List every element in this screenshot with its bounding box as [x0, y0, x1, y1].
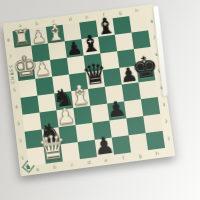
white-queen[interactable]: ♛: [36, 130, 69, 166]
square-b5[interactable]: ♝: [81, 37, 100, 56]
square-f6[interactable]: ♟: [107, 101, 126, 120]
white-bishop[interactable]: ♝: [44, 20, 67, 44]
coordinate-label: 3: [15, 115, 23, 133]
coordinate-label: 4: [13, 98, 21, 116]
coordinate-label: 1: [19, 149, 27, 167]
black-bishop[interactable]: ♝: [79, 31, 103, 57]
square-d8[interactable]: ♚: [136, 63, 155, 82]
white-pawn[interactable]: ♟: [33, 59, 52, 80]
coordinate-label: 2: [162, 113, 170, 131]
coordinate-label: 3: [160, 96, 168, 114]
coordinate-label: h: [148, 149, 166, 157]
square-a1[interactable]: ♜: [12, 29, 31, 48]
square-h2[interactable]: ♛: [44, 144, 63, 163]
coordinate-label: 1: [165, 130, 173, 148]
square-c2[interactable]: ♟: [33, 60, 52, 79]
square-a3[interactable]: ♝: [46, 25, 65, 44]
chess-board: ♜♟♝♝♟♝♚♟♛♟♚♞♝♟♟♞♛♟: [12, 14, 165, 166]
coordinate-label: 2: [17, 132, 25, 150]
square-h8[interactable]: [146, 131, 165, 150]
chess-mat: CHESS ♞ abcdefgh abcdefgh 87654321 87654…: [3, 4, 176, 176]
black-pawn[interactable]: ♟: [106, 98, 128, 121]
black-pawn[interactable]: ♟: [93, 133, 116, 158]
square-c1[interactable]: ♚: [16, 62, 35, 81]
black-king[interactable]: ♚: [130, 52, 160, 84]
coordinate-label: f: [114, 154, 132, 162]
square-h5[interactable]: ♟: [95, 138, 114, 157]
photo-background: CHESS ♞ abcdefgh abcdefgh 87654321 87654…: [0, 0, 200, 200]
coordinate-label: g: [131, 152, 149, 160]
